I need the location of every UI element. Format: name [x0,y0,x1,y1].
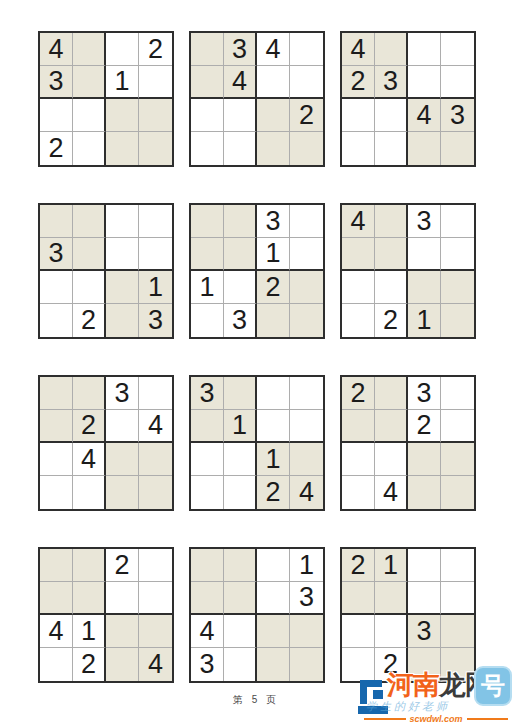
cell [375,99,408,132]
cell: 3 [408,377,441,410]
cell: 3 [257,205,290,238]
site-domain-row: scwdwl.com [364,714,508,724]
cell [441,132,474,165]
cell: 2 [257,476,290,509]
sudoku-board-1: 42312 [38,31,174,167]
cell [375,238,408,271]
cell [408,549,441,582]
sudoku-board-11: 1343 [189,547,325,683]
cell [73,33,106,66]
cell [408,66,441,99]
cell: 3 [40,66,73,99]
cell: 1 [106,66,139,99]
cell [342,238,375,271]
cell [257,304,290,337]
cell [257,615,290,648]
cell [257,132,290,165]
cell: 1 [257,443,290,476]
cell [408,132,441,165]
cell [224,271,257,304]
cell [191,99,224,132]
cell: 2 [139,33,172,66]
seal-stamp-icon: 号 [474,666,512,706]
cell [441,549,474,582]
cell [191,476,224,509]
cell [441,205,474,238]
cell [139,205,172,238]
cell [139,377,172,410]
cell [441,66,474,99]
cell [342,132,375,165]
cell [139,549,172,582]
cell [408,582,441,615]
cell [191,549,224,582]
cell [257,582,290,615]
cell [441,615,474,648]
cell [106,582,139,615]
cell: 2 [73,410,106,443]
cell [441,33,474,66]
cell [40,304,73,337]
site-tagline: 学生的好老师 [366,699,450,714]
cell: 4 [139,648,172,681]
cell [40,271,73,304]
cell: 3 [408,615,441,648]
cell [40,648,73,681]
cell [73,66,106,99]
cell [375,582,408,615]
cell: 3 [224,33,257,66]
cell [375,33,408,66]
cell [375,443,408,476]
cell [375,615,408,648]
cell [342,304,375,337]
cell [408,476,441,509]
cell: 3 [40,238,73,271]
cell [224,377,257,410]
cell [73,271,106,304]
cell [257,648,290,681]
cell: 2 [106,549,139,582]
cell: 2 [73,304,106,337]
cell [290,377,323,410]
cell [40,99,73,132]
cell: 3 [408,205,441,238]
sudoku-board-3: 42343 [340,31,476,167]
cell [224,615,257,648]
cell [139,476,172,509]
seal-text: 号 [481,670,505,702]
cell [40,410,73,443]
cell [375,205,408,238]
cell: 2 [342,377,375,410]
cell [73,582,106,615]
cell: 4 [73,443,106,476]
cell [106,476,139,509]
cell [73,377,106,410]
cell: 3 [191,377,224,410]
cell: 1 [290,549,323,582]
cell [40,443,73,476]
cell [257,549,290,582]
cell [139,66,172,99]
cell [375,377,408,410]
cell [342,410,375,443]
cell: 2 [257,271,290,304]
cell [40,377,73,410]
cell [342,476,375,509]
site-name-part1: 河南 [387,670,439,700]
sudoku-board-2: 3442 [189,31,325,167]
cell [73,549,106,582]
cell [191,205,224,238]
cell [375,271,408,304]
cell: 2 [408,410,441,443]
site-domain: scwdwl.com [410,714,463,724]
cell: 4 [375,476,408,509]
cell [224,205,257,238]
sudoku-board-10: 24124 [38,547,174,683]
sudoku-board-8: 31124 [189,375,325,511]
cell [257,99,290,132]
cell [106,443,139,476]
cell [290,66,323,99]
cell [224,443,257,476]
cell: 4 [40,615,73,648]
cell [191,238,224,271]
cell [224,132,257,165]
cell [342,582,375,615]
cell [40,582,73,615]
cell [73,99,106,132]
cell [290,132,323,165]
cell: 2 [342,549,375,582]
cell [224,238,257,271]
cell [73,476,106,509]
cell [257,377,290,410]
cell [441,377,474,410]
cell [106,132,139,165]
cell [290,443,323,476]
sudoku-board-6: 4321 [340,203,476,339]
cell: 1 [224,410,257,443]
cell [106,99,139,132]
cell: 2 [290,99,323,132]
cell [290,648,323,681]
cell [139,99,172,132]
cell: 4 [139,410,172,443]
cell [290,615,323,648]
cell [106,205,139,238]
cell [342,271,375,304]
cell [224,476,257,509]
sudoku-board-12: 2132 [340,547,476,683]
cell [375,410,408,443]
sudoku-board-7: 3244 [38,375,174,511]
cell [441,410,474,443]
cell [224,99,257,132]
cell: 4 [342,205,375,238]
sudoku-board-9: 2324 [340,375,476,511]
cell [73,205,106,238]
cell [290,205,323,238]
cell [224,549,257,582]
cell: 1 [191,271,224,304]
site-watermark: 河南龙网 号 学生的好老师 scwdwl.com [358,666,512,724]
cell: 2 [375,304,408,337]
cell [40,549,73,582]
cell: 3 [106,377,139,410]
cell [106,304,139,337]
cell [106,33,139,66]
cell [290,304,323,337]
domain-line-right [467,718,509,720]
cell [257,66,290,99]
cell: 3 [139,304,172,337]
cell [40,476,73,509]
cell [375,132,408,165]
cell [73,238,106,271]
cell: 2 [40,132,73,165]
cell: 1 [408,304,441,337]
sudoku-board-5: 31123 [189,203,325,339]
cell [106,271,139,304]
domain-line-left [364,718,406,720]
cell [191,410,224,443]
cell [139,582,172,615]
cell: 1 [139,271,172,304]
cell [290,238,323,271]
cell [191,582,224,615]
cell [191,132,224,165]
cell: 2 [342,66,375,99]
cell: 4 [290,476,323,509]
cell [342,615,375,648]
cell: 4 [408,99,441,132]
cell: 3 [375,66,408,99]
cell [139,443,172,476]
sudoku-board-4: 3123 [38,203,174,339]
cell [441,304,474,337]
cell [408,271,441,304]
cell: 4 [342,33,375,66]
cell [106,615,139,648]
cell: 3 [441,99,474,132]
cell: 4 [191,615,224,648]
cell: 4 [257,33,290,66]
cell [106,648,139,681]
cell [408,238,441,271]
cell [342,99,375,132]
cell [139,238,172,271]
cell [290,33,323,66]
cell: 1 [375,549,408,582]
cell: 2 [73,648,106,681]
cell [73,132,106,165]
cell [224,582,257,615]
cell [191,66,224,99]
cell: 1 [257,238,290,271]
cell [441,476,474,509]
cell [441,271,474,304]
cell [441,582,474,615]
cell [342,443,375,476]
cell [441,238,474,271]
cell [257,410,290,443]
cell: 3 [224,304,257,337]
cell [224,648,257,681]
cell: 3 [290,582,323,615]
cell [408,33,441,66]
cell [290,271,323,304]
cell [441,443,474,476]
cell: 3 [191,648,224,681]
cell [191,443,224,476]
cell: 4 [224,66,257,99]
cell [408,443,441,476]
cell [106,238,139,271]
cell [139,132,172,165]
cell [191,304,224,337]
cell [106,410,139,443]
cell [290,410,323,443]
cell [191,33,224,66]
cell: 4 [40,33,73,66]
cell [139,615,172,648]
cell: 1 [73,615,106,648]
worksheet: 4231234424234331233112343213244311242324… [38,31,476,683]
cell [40,205,73,238]
